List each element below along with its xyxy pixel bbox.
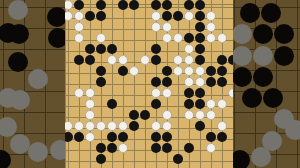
black-stone [118,66,128,76]
black-stone [85,55,95,65]
black-stone [184,0,194,10]
white-stone [195,77,205,87]
white-stone [85,88,95,98]
black-stone [173,11,183,21]
white-stone [74,11,84,21]
white-stone [184,110,194,120]
white-stone [206,11,216,21]
white-stone [173,55,183,65]
white-stone [184,55,194,65]
white-stone [85,99,95,109]
black-stone [195,33,205,43]
black-stone [107,143,117,153]
black-stone [206,66,216,76]
black-stone [107,44,117,54]
white-stone [85,132,95,142]
black-stone [184,88,194,98]
black-stone [85,44,95,54]
black-stone [129,110,139,120]
black-stone [195,0,205,10]
black-stone [151,132,161,142]
white-stone [85,121,95,131]
black-stone [217,55,227,65]
black-stone [107,132,117,142]
white-stone [118,121,128,131]
black-stone [162,66,172,76]
black-stone [195,44,205,54]
white-stone [206,99,216,109]
black-stone [217,132,227,142]
white-stone [162,33,172,43]
white-stone [162,121,172,131]
black-stone [217,66,227,76]
black-stone [195,22,205,32]
white-stone [74,88,84,98]
black-stone [151,77,161,87]
black-stone [228,55,233,65]
white-stone [184,11,194,21]
white-stone [195,110,205,120]
white-stone [184,44,194,54]
black-stone [162,11,172,21]
white-stone [206,22,216,32]
black-stone [107,99,117,109]
white-stone [217,121,227,131]
black-stone [217,77,227,87]
white-stone [96,33,106,43]
white-stone [74,33,84,43]
white-stone [173,66,183,76]
black-stone [195,99,205,109]
black-stone [96,77,106,87]
white-stone [118,143,128,153]
white-stone [151,88,161,98]
white-stone [96,121,106,131]
go-video-frame [0,0,300,168]
black-stone [162,77,172,87]
black-stone [85,11,95,21]
white-stone [217,99,227,109]
black-stone [162,0,172,10]
white-stone [151,11,161,21]
black-stone [151,143,161,153]
white-stone [74,22,84,32]
black-stone [195,121,205,131]
black-stone [151,44,161,54]
white-stone [184,77,194,87]
black-stone [162,132,172,142]
black-stone [96,44,106,54]
white-stone [206,33,216,43]
black-stone [173,154,183,164]
black-stone [96,11,106,21]
black-stone [118,0,128,10]
black-stone [74,55,84,65]
black-stone [74,132,84,142]
white-stone [107,55,117,65]
black-stone [184,33,194,43]
black-stone [195,55,205,65]
black-stone [140,110,150,120]
white-stone [129,66,139,76]
black-stone [129,121,139,131]
white-stone [206,110,216,120]
white-stone [162,88,172,98]
white-stone [173,33,183,43]
white-stone [85,110,95,120]
black-stone [162,143,172,153]
white-stone [195,66,205,76]
white-stone [107,121,117,131]
black-stone [151,55,161,65]
white-stone [140,55,150,65]
black-stone [206,132,216,142]
white-stone [74,121,84,131]
black-stone [184,99,194,109]
white-stone [118,55,128,65]
white-stone [151,121,161,131]
black-stone [151,0,161,10]
black-stone [96,143,106,153]
black-stone [96,66,106,76]
black-stone [96,0,106,10]
white-stone [228,88,233,98]
black-stone [184,143,194,153]
white-stone [217,33,227,43]
white-stone [206,143,216,153]
black-stone [129,0,139,10]
black-stone [151,99,161,109]
black-stone [74,0,84,10]
black-stone [206,77,216,87]
white-stone [162,110,172,120]
white-stone [162,22,172,32]
white-stone [151,22,161,32]
black-stone [118,132,128,142]
go-board[interactable] [65,0,233,168]
black-stone [195,11,205,21]
black-stone [96,154,106,164]
black-stone [195,88,205,98]
white-stone [184,66,194,76]
